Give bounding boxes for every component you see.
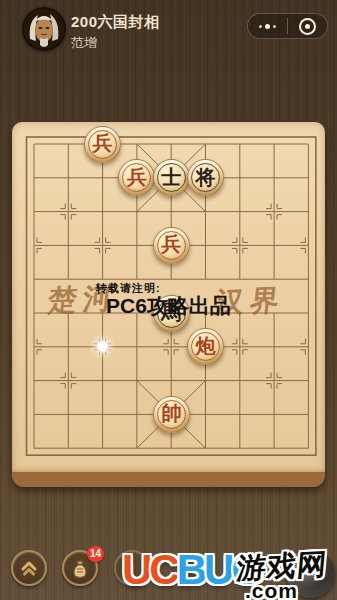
piece-glyph: 士 (161, 167, 181, 187)
avatar[interactable] (22, 7, 66, 51)
watermark-letter: U (204, 546, 231, 593)
hint-count-badge: 14 (87, 546, 104, 562)
piece-red-general[interactable]: 帥 (153, 396, 190, 433)
app-screen: 200六国封相 范增 楚河 汉界 兵兵士将兵馬炮帥 转载请注明: PC6攻略出品… (0, 0, 337, 600)
piece-glyph: 帥 (161, 403, 181, 423)
piece-glyph: 馬 (161, 302, 181, 322)
level-title: 200六国封相 (71, 13, 160, 32)
river-label-right: 汉界 (213, 281, 288, 323)
miniprogram-capsule (247, 13, 328, 39)
watermark-letter: C (149, 546, 176, 593)
exit-target-icon[interactable] (288, 18, 327, 35)
piece-glyph: 炮 (196, 336, 216, 356)
tool-icon (122, 558, 142, 578)
river-label-left: 楚河 (46, 279, 121, 321)
player-name: 范增 (71, 34, 97, 52)
piece-glyph: 将 (196, 167, 216, 187)
coin-count: 40 (237, 561, 250, 575)
piece-red-soldier[interactable]: 兵 (84, 126, 121, 163)
dark-stone-button[interactable] (286, 549, 335, 598)
piece-black-advisor[interactable]: 士 (153, 159, 190, 196)
piece-black-horse[interactable]: 馬 (153, 295, 190, 332)
piece-glyph: 兵 (93, 133, 113, 153)
xiangqi-board[interactable]: 楚河 汉界 兵兵士将兵馬炮帥 (12, 122, 325, 487)
expand-button[interactable] (11, 550, 47, 586)
piece-glyph: 兵 (127, 167, 147, 187)
extra-tool-button[interactable] (114, 550, 150, 586)
piece-red-soldier[interactable]: 兵 (153, 227, 190, 264)
watermark-letter: B (177, 546, 204, 593)
avatar-face-icon (24, 9, 64, 49)
more-icon[interactable] (248, 24, 287, 29)
chevron-up-double-icon (18, 557, 40, 579)
piece-glyph: 兵 (161, 234, 181, 254)
